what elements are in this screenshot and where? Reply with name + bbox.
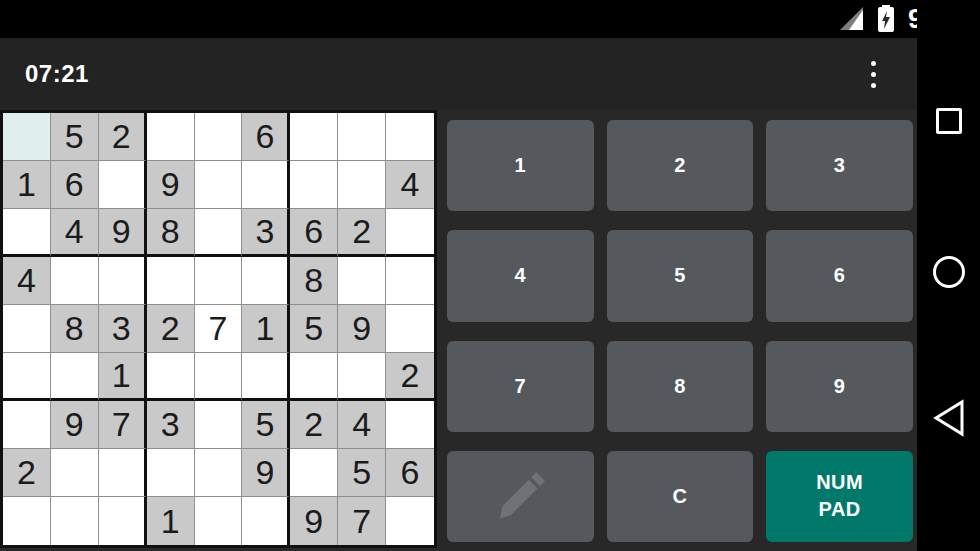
numpad-2[interactable]: 2 — [607, 120, 754, 211]
numpad-toggle-button[interactable]: NUM PAD — [766, 451, 913, 542]
numpad: 123456789 C NUM PAD — [447, 120, 913, 542]
cell-r3c7[interactable]: 6 — [290, 209, 338, 257]
cell-r5c5[interactable]: 7 — [195, 305, 243, 353]
numpad-8[interactable]: 8 — [607, 341, 754, 432]
cell-r5c4[interactable]: 2 — [147, 305, 195, 353]
cell-r7c9[interactable] — [386, 401, 434, 449]
cell-r2c1[interactable]: 1 — [3, 161, 51, 209]
cell-r2c3[interactable] — [99, 161, 147, 209]
numpad-5[interactable]: 5 — [607, 230, 754, 321]
cell-r6c4[interactable] — [147, 353, 195, 401]
cell-r2c2[interactable]: 6 — [51, 161, 99, 209]
cell-r1c2[interactable]: 5 — [51, 113, 99, 161]
cell-r4c8[interactable] — [338, 257, 386, 305]
cell-r3c2[interactable]: 4 — [51, 209, 99, 257]
cell-r7c5[interactable] — [195, 401, 243, 449]
clear-button[interactable]: C — [607, 451, 754, 542]
cell-r5c9[interactable] — [386, 305, 434, 353]
cell-r8c4[interactable] — [147, 449, 195, 497]
cell-r4c1[interactable]: 4 — [3, 257, 51, 305]
cell-r7c7[interactable]: 2 — [290, 401, 338, 449]
cell-r8c3[interactable] — [99, 449, 147, 497]
cell-r7c3[interactable]: 7 — [99, 401, 147, 449]
cell-r3c4[interactable]: 8 — [147, 209, 195, 257]
cell-r2c8[interactable] — [338, 161, 386, 209]
cell-r1c6[interactable]: 6 — [242, 113, 290, 161]
recents-button-icon[interactable] — [936, 108, 962, 134]
cell-r8c9[interactable]: 6 — [386, 449, 434, 497]
numpad-4[interactable]: 4 — [447, 230, 594, 321]
cell-r3c1[interactable] — [3, 209, 51, 257]
home-button-icon[interactable] — [933, 256, 965, 288]
cell-r8c1[interactable]: 2 — [3, 449, 51, 497]
status-bar: 9:17 — [0, 0, 980, 38]
numpad-3[interactable]: 3 — [766, 120, 913, 211]
cell-r7c2[interactable]: 9 — [51, 401, 99, 449]
cell-r7c1[interactable] — [3, 401, 51, 449]
back-button-icon[interactable] — [931, 399, 967, 437]
cell-r6c7[interactable] — [290, 353, 338, 401]
cell-r1c9[interactable] — [386, 113, 434, 161]
cell-r4c3[interactable] — [99, 257, 147, 305]
cell-r2c4[interactable]: 9 — [147, 161, 195, 209]
cell-r1c1[interactable] — [3, 113, 51, 161]
cell-r6c1[interactable] — [3, 353, 51, 401]
cell-r4c7[interactable]: 8 — [290, 257, 338, 305]
cell-r2c5[interactable] — [195, 161, 243, 209]
cell-r9c6[interactable] — [242, 497, 290, 545]
cell-r9c9[interactable] — [386, 497, 434, 545]
sudoku-board: 5261694498362488327159129735242956197 — [0, 110, 437, 548]
cell-r4c6[interactable] — [242, 257, 290, 305]
cell-r3c3[interactable]: 9 — [99, 209, 147, 257]
cell-r9c7[interactable]: 9 — [290, 497, 338, 545]
cell-r1c3[interactable]: 2 — [99, 113, 147, 161]
signal-icon — [840, 7, 864, 31]
cell-r9c2[interactable] — [51, 497, 99, 545]
cell-r6c9[interactable]: 2 — [386, 353, 434, 401]
cell-r9c4[interactable]: 1 — [147, 497, 195, 545]
cell-r5c2[interactable]: 8 — [51, 305, 99, 353]
cell-r7c8[interactable]: 4 — [338, 401, 386, 449]
cell-r1c8[interactable] — [338, 113, 386, 161]
cell-r6c8[interactable] — [338, 353, 386, 401]
cell-r9c5[interactable] — [195, 497, 243, 545]
numpad-7[interactable]: 7 — [447, 341, 594, 432]
cell-r8c5[interactable] — [195, 449, 243, 497]
cell-r9c1[interactable] — [3, 497, 51, 545]
cell-r7c4[interactable]: 3 — [147, 401, 195, 449]
pencil-button[interactable] — [447, 451, 594, 542]
cell-r3c6[interactable]: 3 — [242, 209, 290, 257]
cell-r6c5[interactable] — [195, 353, 243, 401]
cell-r4c9[interactable] — [386, 257, 434, 305]
overflow-menu-icon[interactable] — [851, 52, 895, 96]
cell-r1c7[interactable] — [290, 113, 338, 161]
cell-r2c7[interactable] — [290, 161, 338, 209]
cell-r7c6[interactable]: 5 — [242, 401, 290, 449]
android-nav-bar — [917, 0, 980, 551]
cell-r6c6[interactable] — [242, 353, 290, 401]
cell-r9c8[interactable]: 7 — [338, 497, 386, 545]
numpad-6[interactable]: 6 — [766, 230, 913, 321]
cell-r4c2[interactable] — [51, 257, 99, 305]
cell-r5c8[interactable]: 9 — [338, 305, 386, 353]
cell-r3c8[interactable]: 2 — [338, 209, 386, 257]
cell-r5c6[interactable]: 1 — [242, 305, 290, 353]
cell-r5c1[interactable] — [3, 305, 51, 353]
cell-r3c5[interactable] — [195, 209, 243, 257]
cell-r5c7[interactable]: 5 — [290, 305, 338, 353]
numpad-9[interactable]: 9 — [766, 341, 913, 432]
battery-charging-icon — [873, 4, 899, 34]
cell-r1c4[interactable] — [147, 113, 195, 161]
cell-r6c3[interactable]: 1 — [99, 353, 147, 401]
cell-r6c2[interactable] — [51, 353, 99, 401]
game-timer: 07:21 — [25, 38, 89, 110]
cell-r1c5[interactable] — [195, 113, 243, 161]
cell-r4c5[interactable] — [195, 257, 243, 305]
pencil-icon — [490, 466, 550, 526]
cell-r8c7[interactable] — [290, 449, 338, 497]
cell-r8c2[interactable] — [51, 449, 99, 497]
app-bar: 07:21 — [0, 38, 917, 110]
cell-r2c9[interactable]: 4 — [386, 161, 434, 209]
cell-r5c3[interactable]: 3 — [99, 305, 147, 353]
cell-r2c6[interactable] — [242, 161, 290, 209]
cell-r4c4[interactable] — [147, 257, 195, 305]
cell-r8c6[interactable]: 9 — [242, 449, 290, 497]
cell-r3c9[interactable] — [386, 209, 434, 257]
numpad-1[interactable]: 1 — [447, 120, 594, 211]
cell-r8c8[interactable]: 5 — [338, 449, 386, 497]
cell-r9c3[interactable] — [99, 497, 147, 545]
